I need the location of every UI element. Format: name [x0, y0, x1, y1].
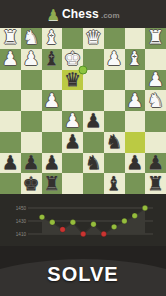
square-b7[interactable]: ♟ [125, 153, 146, 174]
rating-point-win [39, 214, 44, 219]
app-header: ♟ Chess .com [0, 0, 166, 28]
square-g2[interactable]: ♟ [21, 49, 42, 70]
rating-graph-panel: 145014301410 [0, 194, 166, 246]
square-d5[interactable]: ♟ [83, 111, 104, 132]
square-c6[interactable]: ♞ [104, 132, 125, 153]
white-pawn-e5[interactable]: ♟ [64, 111, 81, 131]
black-pawn-e6[interactable]: ♟ [64, 132, 81, 152]
white-rook-a1[interactable]: ♜ [147, 28, 164, 48]
square-h3[interactable] [0, 70, 21, 91]
rating-point-loss [81, 231, 86, 236]
solve-footer: SOLVE [0, 246, 166, 296]
logo-text: Chess [62, 7, 99, 21]
square-b4[interactable]: ♟ [125, 90, 146, 111]
square-e8[interactable] [62, 173, 83, 194]
square-d7[interactable]: ♞ [83, 153, 104, 174]
square-a1[interactable]: ♜ [145, 28, 166, 49]
rating-point-win [122, 218, 127, 223]
white-knight-g1[interactable]: ♞ [23, 28, 40, 48]
square-h8[interactable] [0, 173, 21, 194]
square-h1[interactable]: ♜ [0, 28, 21, 49]
move-hint-dot [79, 65, 88, 74]
square-e1[interactable] [62, 28, 83, 49]
square-e6[interactable]: ♟ [62, 132, 83, 153]
square-g8[interactable]: ♚ [21, 173, 42, 194]
white-pawn-b4[interactable]: ♟ [126, 91, 143, 111]
square-e7[interactable] [62, 153, 83, 174]
square-h7[interactable]: ♟ [0, 153, 21, 174]
square-b6[interactable] [125, 132, 146, 153]
black-pawn-d5[interactable]: ♟ [85, 111, 102, 131]
square-f3[interactable] [42, 70, 63, 91]
square-e4[interactable] [62, 90, 83, 111]
black-rook-f8[interactable]: ♜ [43, 174, 60, 194]
rating-point-win [70, 220, 75, 225]
square-a6[interactable] [145, 132, 166, 153]
square-h5[interactable] [0, 111, 21, 132]
black-rook-a8[interactable]: ♜ [147, 174, 164, 194]
square-e5[interactable]: ♟ [62, 111, 83, 132]
black-pawn-f7[interactable]: ♟ [43, 153, 60, 173]
black-queen-e3[interactable]: ♛ [64, 70, 81, 90]
square-c2[interactable]: ♟ [104, 49, 125, 70]
rating-point-loss [60, 227, 65, 232]
white-knight-a4[interactable]: ♞ [147, 91, 164, 111]
square-d6[interactable] [83, 132, 104, 153]
square-a4[interactable]: ♞ [145, 90, 166, 111]
square-b2[interactable]: ♝ [125, 49, 146, 70]
black-bishop-f2[interactable]: ♝ [43, 49, 60, 69]
chess-board[interactable]: ♜♞♝♛♜♟♟♝♚♟♝♛♟♟♟♞♟♟♟♞♟♟♟♞♟♟♚♜♝♜ [0, 28, 166, 194]
square-b5[interactable] [125, 111, 146, 132]
square-d8[interactable] [83, 173, 104, 194]
black-pawn-b7[interactable]: ♟ [126, 153, 143, 173]
black-pawn-a7[interactable]: ♟ [147, 153, 164, 173]
white-pawn-a3[interactable]: ♟ [147, 70, 164, 90]
square-b3[interactable] [125, 70, 146, 91]
square-f6[interactable] [42, 132, 63, 153]
y-tick-label: 1410 [16, 232, 27, 237]
square-a7[interactable]: ♟ [145, 153, 166, 174]
square-g3[interactable] [21, 70, 42, 91]
rating-point-loss [101, 231, 106, 236]
white-pawn-g2[interactable]: ♟ [23, 49, 40, 69]
square-a2[interactable] [145, 49, 166, 70]
square-g5[interactable] [21, 111, 42, 132]
white-bishop-b2[interactable]: ♝ [126, 49, 143, 69]
white-queen-d1[interactable]: ♛ [85, 28, 102, 48]
logo-suffix: .com [101, 8, 120, 20]
solve-button[interactable]: SOLVE [0, 263, 166, 286]
white-pawn-h2[interactable]: ♟ [2, 49, 19, 69]
white-bishop-f1[interactable]: ♝ [43, 28, 60, 48]
square-f8[interactable]: ♜ [42, 173, 63, 194]
y-tick-label: 1430 [16, 219, 27, 224]
square-d4[interactable] [83, 90, 104, 111]
square-f1[interactable]: ♝ [42, 28, 63, 49]
square-h6[interactable] [0, 132, 21, 153]
rating-point-win [50, 220, 55, 225]
rating-point-win [91, 222, 96, 227]
square-f7[interactable]: ♟ [42, 153, 63, 174]
square-f4[interactable]: ♟ [42, 90, 63, 111]
rating-line-chart: 145014301410 [0, 194, 166, 246]
square-b8[interactable] [125, 173, 146, 194]
white-rook-h1[interactable]: ♜ [2, 28, 19, 48]
black-pawn-h7[interactable]: ♟ [2, 153, 19, 173]
rating-point-win [111, 224, 116, 229]
black-pawn-g7[interactable]: ♟ [23, 153, 40, 173]
square-c8[interactable]: ♝ [104, 173, 125, 194]
square-g7[interactable]: ♟ [21, 153, 42, 174]
white-pawn-f4[interactable]: ♟ [43, 91, 60, 111]
square-b1[interactable] [125, 28, 146, 49]
square-c5[interactable] [104, 111, 125, 132]
square-c4[interactable] [104, 90, 125, 111]
square-a3[interactable]: ♟ [145, 70, 166, 91]
chesscom-pawn-logo-icon: ♟ [46, 7, 59, 22]
square-c3[interactable] [104, 70, 125, 91]
black-knight-c6[interactable]: ♞ [106, 132, 123, 152]
square-d1[interactable]: ♛ [83, 28, 104, 49]
square-g6[interactable] [21, 132, 42, 153]
y-tick-label: 1450 [16, 206, 27, 211]
square-g4[interactable] [21, 90, 42, 111]
black-bishop-c8[interactable]: ♝ [106, 174, 123, 194]
square-f5[interactable] [42, 111, 63, 132]
rating-point-win [132, 213, 137, 218]
square-a8[interactable]: ♜ [145, 173, 166, 194]
white-pawn-c2[interactable]: ♟ [106, 49, 123, 69]
black-king-g8[interactable]: ♚ [23, 174, 40, 194]
square-h2[interactable]: ♟ [0, 49, 21, 70]
square-c7[interactable] [104, 153, 125, 174]
square-a5[interactable] [145, 111, 166, 132]
black-knight-d7[interactable]: ♞ [85, 153, 102, 173]
rating-point-win [142, 205, 147, 210]
square-c1[interactable] [104, 28, 125, 49]
square-g1[interactable]: ♞ [21, 28, 42, 49]
square-h4[interactable] [0, 90, 21, 111]
square-f2[interactable]: ♝ [42, 49, 63, 70]
